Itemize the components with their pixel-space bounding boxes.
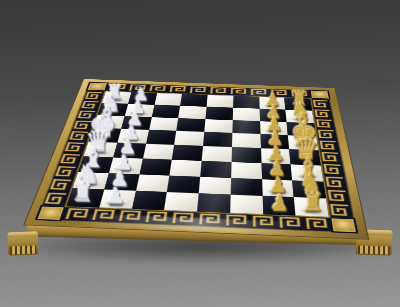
square-a4 <box>164 192 198 211</box>
corner-rosette-icon <box>86 82 109 91</box>
square-b6 <box>230 178 262 196</box>
square-d4 <box>172 145 203 161</box>
piece-white-pawn: ♟ <box>106 185 126 207</box>
square-b5 <box>199 177 231 195</box>
square-a7: ♟ <box>262 196 296 216</box>
photo-backdrop: ♜♟♟♜♞♟♟♞♝♟♟♝♚♟♟♚♛♟♟♛♝♟♟♝♞♟♟♞♜♟♟♜ <box>0 0 400 307</box>
perspective-scene: ♜♟♟♜♞♟♟♞♝♟♟♝♚♟♟♚♛♟♟♛♝♟♟♝♞♟♟♞♜♟♟♜ <box>55 0 351 294</box>
square-a8: ♜ <box>294 197 329 217</box>
square-f5 <box>204 119 232 133</box>
square-a5 <box>197 193 230 212</box>
piece-black-pawn: ♟ <box>269 192 289 214</box>
playing-area: ♜♟♟♜♞♟♟♞♝♟♟♝♚♟♟♚♛♟♟♛♝♟♟♝♞♟♟♞♜♟♟♜ <box>67 91 329 217</box>
square-h3 <box>154 93 182 106</box>
square-c4 <box>170 160 202 177</box>
square-h4 <box>180 94 207 107</box>
corner-rosette-icon <box>329 217 359 234</box>
piece-wrap: ♟ <box>262 196 296 216</box>
square-a2: ♟ <box>99 190 135 209</box>
square-c6 <box>231 162 262 179</box>
piece-black-rook: ♜ <box>301 190 324 216</box>
square-c3 <box>139 158 172 175</box>
square-a6 <box>230 195 263 214</box>
corner-foot-left <box>8 231 39 255</box>
corner-rosette-icon <box>35 205 67 221</box>
foot-flutes <box>10 246 36 255</box>
square-b3 <box>136 174 170 192</box>
piece-wrap: ♜ <box>294 197 329 217</box>
corner-rosette-icon <box>309 90 331 100</box>
square-c5 <box>200 161 231 178</box>
square-e5 <box>203 132 232 147</box>
foot-flutes <box>358 245 390 254</box>
piece-white-rook: ♜ <box>72 181 95 206</box>
piece-wrap: ♜ <box>67 188 104 207</box>
foot-cap <box>8 231 38 237</box>
square-g6 <box>233 108 260 121</box>
square-a1: ♜ <box>67 188 104 207</box>
square-a3 <box>132 191 167 210</box>
chess-board: ♜♟♟♜♞♟♟♞♝♟♟♝♚♟♟♚♛♟♟♛♝♟♟♝♞♟♟♞♜♟♟♜ <box>25 79 368 239</box>
square-b4 <box>167 175 200 193</box>
piece-wrap: ♟ <box>99 190 135 209</box>
